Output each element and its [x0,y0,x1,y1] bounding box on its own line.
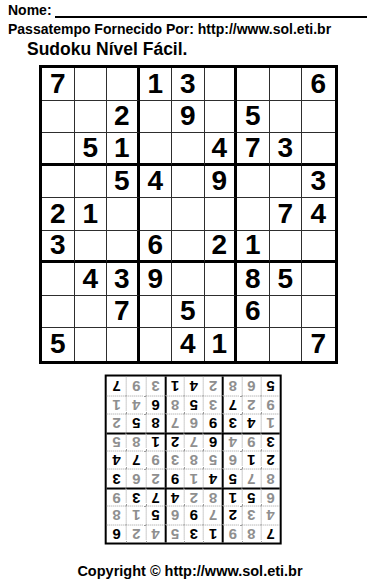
page-root: Nome: Passatempo Fornecido Por: http://w… [0,0,380,585]
puzzle-cell[interactable]: 2 [42,198,75,231]
solution-cell: 1 [222,487,241,505]
puzzle-cell[interactable] [302,101,335,134]
puzzle-cell[interactable]: 1 [75,198,108,231]
puzzle-cell[interactable] [270,231,303,264]
name-row: Nome: [8,2,367,18]
puzzle-cell[interactable] [75,101,108,134]
puzzle-cell[interactable] [270,328,303,361]
puzzle-cell[interactable]: 5 [237,101,270,134]
puzzle-cell[interactable]: 3 [302,166,335,199]
solution-cell: 4 [165,487,184,505]
puzzle-cell[interactable]: 5 [172,296,205,329]
solution-cell: 4 [145,524,164,542]
solution-cell: 1 [241,451,260,469]
solution-cell: 1 [203,524,222,542]
solution-cell: 6 [184,414,203,432]
solution-cell: 2 [241,395,260,413]
solution-cell: 1 [126,506,145,524]
puzzle-cell[interactable]: 5 [270,263,303,296]
puzzle-cell[interactable] [140,296,173,329]
solution-cell: 2 [184,487,203,505]
puzzle-cell[interactable]: 9 [205,166,238,199]
solution-cell: 5 [241,487,260,505]
puzzle-cell[interactable]: 7 [302,328,335,361]
puzzle-cell[interactable]: 4 [302,198,335,231]
solution-cell: 1 [261,414,280,432]
puzzle-cell[interactable] [140,101,173,134]
puzzle-cell[interactable] [270,166,303,199]
puzzle-cell[interactable] [75,328,108,361]
solution-cell: 4 [241,414,260,432]
puzzle-cell[interactable]: 3 [172,68,205,101]
puzzle-cell[interactable]: 7 [270,198,303,231]
solution-cell: 7 [165,414,184,432]
puzzle-cell[interactable] [205,68,238,101]
puzzle-cell[interactable] [107,68,140,101]
solution-cell: 7 [222,395,241,413]
puzzle-cell[interactable] [237,68,270,101]
solution-cell: 4 [203,469,222,487]
solution-cell: 5 [145,506,164,524]
name-blank-line[interactable] [55,3,367,18]
puzzle-cell[interactable]: 4 [75,263,108,296]
solution-cell: 8 [222,377,241,395]
solution-cell: 5 [126,414,145,432]
puzzle-cell[interactable]: 2 [107,101,140,134]
solution-cell: 4 [107,451,126,469]
puzzle-cell[interactable]: 1 [237,231,270,264]
solution-cell: 2 [145,469,164,487]
puzzle-cell[interactable] [172,198,205,231]
solution-cell: 6 [165,506,184,524]
puzzle-cell[interactable] [42,166,75,199]
solution-cell: 6 [107,524,126,542]
puzzle-cell[interactable]: 4 [140,166,173,199]
solution-cell: 3 [107,469,126,487]
puzzle-cell[interactable]: 4 [205,133,238,166]
solution-cell: 9 [165,469,184,487]
puzzle-cell[interactable] [75,231,108,264]
solution-cell: 5 [222,469,241,487]
solution-cell: 7 [184,432,203,450]
puzzle-cell[interactable]: 5 [42,328,75,361]
solution-cell: 2 [261,451,280,469]
puzzle-cell[interactable] [42,263,75,296]
solution-cell: 8 [165,395,184,413]
solution-cell: 6 [126,469,145,487]
solution-cell: 3 [165,451,184,469]
solution-cell: 9 [145,451,164,469]
puzzle-cell[interactable] [172,166,205,199]
puzzle-cell[interactable] [270,296,303,329]
solution-cell: 6 [222,451,241,469]
solution-cell: 3 [126,487,145,505]
solution-cell: 5 [165,524,184,542]
puzzle-cell[interactable] [205,263,238,296]
solution-cell: 4 [222,432,241,450]
solution-cell: 7 [107,377,126,395]
puzzle-cell[interactable] [237,166,270,199]
solution-cell: 7 [145,487,164,505]
solution-cell: 2 [165,432,184,450]
solution-cell: 9 [241,432,260,450]
solution-cell: 7 [126,451,145,469]
solution-cell: 4 [126,395,145,413]
puzzle-cell[interactable] [205,101,238,134]
puzzle-cell[interactable] [172,231,205,264]
puzzle-cell[interactable] [205,296,238,329]
puzzle-cell[interactable] [302,263,335,296]
puzzle-cell[interactable]: 5 [75,133,108,166]
puzzle-cell[interactable]: 3 [42,231,75,264]
solution-cell: 3 [203,395,222,413]
solution-cell: 7 [261,524,280,542]
solution-cell: 8 [203,487,222,505]
puzzle-cell[interactable]: 6 [302,68,335,101]
puzzle-cell[interactable]: 9 [172,101,205,134]
puzzle-cell[interactable] [75,68,108,101]
solution-cell: 4 [184,377,203,395]
puzzle-cell[interactable]: 3 [107,263,140,296]
puzzle-cell[interactable]: 8 [237,263,270,296]
solution-cell: 9 [107,487,126,505]
provided-by-text: Passatempo Fornecido Por: http://www.sol… [8,21,331,37]
puzzle-cell[interactable] [302,296,335,329]
solution-cell: 6 [261,487,280,505]
puzzle-cell[interactable]: 4 [172,328,205,361]
solution-cell: 3 [261,432,280,450]
solution-cell: 8 [261,469,280,487]
puzzle-cell[interactable] [140,328,173,361]
puzzle-cell[interactable] [172,133,205,166]
solution-cell: 1 [165,377,184,395]
solution-cell: 3 [222,414,241,432]
puzzle-cell[interactable]: 7 [107,296,140,329]
puzzle-cell[interactable] [205,198,238,231]
puzzle-cell[interactable]: 5 [107,166,140,199]
puzzle-cell[interactable]: 1 [205,328,238,361]
puzzle-cell[interactable] [140,133,173,166]
solution-cell: 5 [261,377,280,395]
solution-cell: 8 [184,451,203,469]
puzzle-cell[interactable]: 6 [237,296,270,329]
puzzle-cell[interactable] [75,296,108,329]
solution-cell: 2 [107,414,126,432]
puzzle-cell[interactable]: 7 [237,133,270,166]
solution-cell: 9 [261,395,280,413]
solution-cell: 2 [126,524,145,542]
puzzle-cell[interactable] [302,231,335,264]
solution-cell: 9 [203,414,222,432]
solution-cell: 3 [184,524,203,542]
solution-cell: 6 [241,377,260,395]
solution-cell: 2 [203,377,222,395]
puzzle-cell[interactable] [42,133,75,166]
solution-cell: 5 [203,451,222,469]
puzzle-cell[interactable]: 1 [140,68,173,101]
solution-cell: 6 [203,432,222,450]
solution-cell: 2 [222,506,241,524]
puzzle-cell[interactable]: 1 [107,133,140,166]
solution-cell: 9 [184,506,203,524]
puzzle-cell[interactable] [270,68,303,101]
solution-cell: 8 [107,506,126,524]
puzzle-cell[interactable]: 9 [140,263,173,296]
puzzle-cell[interactable] [302,133,335,166]
solution-cell: 3 [145,377,164,395]
solution-cell: 1 [184,469,203,487]
puzzle-cell[interactable]: 2 [205,231,238,264]
puzzle-cell[interactable] [107,198,140,231]
puzzle-cell[interactable] [42,296,75,329]
solution-cell: 3 [241,506,260,524]
solution-cell: 9 [222,524,241,542]
puzzle-cell[interactable] [270,101,303,134]
solution-cell: 6 [145,395,164,413]
name-label: Nome: [8,2,52,18]
solution-cell: 5 [184,395,203,413]
solution-cell: 1 [107,395,126,413]
sudoku-puzzle-grid[interactable]: 713629551473549321743621439857565417 [39,65,338,364]
puzzle-cell[interactable]: 7 [42,68,75,101]
puzzle-cell[interactable] [172,263,205,296]
copyright-text: Copyright © http://www.sol.eti.br [0,563,380,579]
puzzle-cell[interactable]: 3 [270,133,303,166]
puzzle-cell[interactable] [42,101,75,134]
solution-cell: 8 [145,414,164,432]
page-title: Sudoku Nível Fácil. [27,39,187,60]
puzzle-cell[interactable] [237,198,270,231]
solution-cell: 8 [241,524,260,542]
puzzle-cell[interactable] [107,328,140,361]
solution-cell: 8 [126,432,145,450]
puzzle-cell[interactable] [75,166,108,199]
solution-cell: 7 [203,506,222,524]
solution-cell: 7 [241,469,260,487]
puzzle-cell[interactable] [237,328,270,361]
puzzle-cell[interactable] [140,198,173,231]
solution-cell: 4 [261,506,280,524]
solution-cell: 9 [126,377,145,395]
puzzle-cell[interactable]: 6 [140,231,173,264]
puzzle-cell[interactable] [107,231,140,264]
solution-cell: 1 [145,432,164,450]
sudoku-solution-grid-rotated: 7891354264327965186518247398754192632165… [105,375,282,545]
solution-cell: 5 [107,432,126,450]
